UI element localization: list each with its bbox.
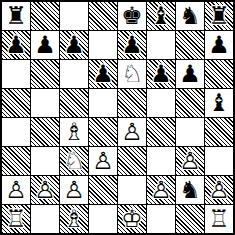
square-g7[interactable] bbox=[176, 31, 204, 59]
black-pawn[interactable]: ♟♟ bbox=[147, 60, 175, 88]
black-pawn[interactable]: ♟♟ bbox=[118, 31, 146, 59]
white-pawn-icon: ♙ bbox=[63, 178, 85, 202]
square-f4[interactable] bbox=[147, 118, 175, 146]
black-bishop[interactable]: ♝♝ bbox=[147, 2, 175, 30]
square-d1[interactable] bbox=[89, 205, 117, 233]
square-e3[interactable] bbox=[118, 147, 146, 175]
white-king-icon: ♔ bbox=[121, 207, 143, 231]
square-c2[interactable]: ♟♙ bbox=[60, 176, 88, 204]
black-bishop-icon: ♝ bbox=[208, 91, 230, 115]
square-h1[interactable]: ♜♖ bbox=[205, 205, 233, 233]
square-a7[interactable]: ♟♟ bbox=[2, 31, 30, 59]
white-pawn-icon: ♙ bbox=[150, 178, 172, 202]
black-pawn[interactable]: ♟♟ bbox=[176, 60, 204, 88]
white-rook[interactable]: ♜♖ bbox=[205, 205, 233, 233]
black-knight[interactable]: ♞♞ bbox=[176, 176, 204, 204]
white-pawn[interactable]: ♟♙ bbox=[31, 176, 59, 204]
black-pawn[interactable]: ♟♟ bbox=[89, 60, 117, 88]
square-f5[interactable] bbox=[147, 89, 175, 117]
square-a3[interactable] bbox=[2, 147, 30, 175]
square-h5[interactable]: ♝♝ bbox=[205, 89, 233, 117]
white-pawn-icon: ♙ bbox=[208, 178, 230, 202]
square-h3[interactable] bbox=[205, 147, 233, 175]
square-g5[interactable] bbox=[176, 89, 204, 117]
square-h4[interactable] bbox=[205, 118, 233, 146]
black-pawn-icon: ♟ bbox=[121, 33, 143, 57]
white-knight[interactable]: ♞♘ bbox=[118, 60, 146, 88]
black-rook[interactable]: ♜♜ bbox=[205, 2, 233, 30]
white-bishop-icon: ♗ bbox=[63, 207, 85, 231]
white-pawn[interactable]: ♟♙ bbox=[147, 176, 175, 204]
square-c6[interactable] bbox=[60, 60, 88, 88]
white-pawn-icon: ♙ bbox=[121, 120, 143, 144]
square-b3[interactable] bbox=[31, 147, 59, 175]
square-a2[interactable]: ♟♙ bbox=[2, 176, 30, 204]
black-pawn-icon: ♟ bbox=[34, 33, 56, 57]
white-rook-icon: ♖ bbox=[208, 207, 230, 231]
square-e1[interactable]: ♚♔ bbox=[118, 205, 146, 233]
white-pawn[interactable]: ♟♙ bbox=[205, 176, 233, 204]
square-f8[interactable]: ♝♝ bbox=[147, 2, 175, 30]
square-b1[interactable] bbox=[31, 205, 59, 233]
square-e5[interactable] bbox=[118, 89, 146, 117]
black-knight[interactable]: ♞♞ bbox=[176, 2, 204, 30]
white-pawn[interactable]: ♟♙ bbox=[176, 147, 204, 175]
square-g3[interactable]: ♟♙ bbox=[176, 147, 204, 175]
white-pawn-icon: ♙ bbox=[92, 149, 114, 173]
black-pawn-icon: ♟ bbox=[5, 33, 27, 57]
square-c3[interactable]: ♞♘ bbox=[60, 147, 88, 175]
white-knight[interactable]: ♞♘ bbox=[60, 147, 88, 175]
square-c7[interactable]: ♟♟ bbox=[60, 31, 88, 59]
square-d7[interactable] bbox=[89, 31, 117, 59]
square-f3[interactable] bbox=[147, 147, 175, 175]
square-c4[interactable]: ♝♗ bbox=[60, 118, 88, 146]
black-rook-icon: ♜ bbox=[208, 4, 230, 28]
square-d2[interactable] bbox=[89, 176, 117, 204]
square-a6[interactable] bbox=[2, 60, 30, 88]
square-h2[interactable]: ♟♙ bbox=[205, 176, 233, 204]
square-a1[interactable]: ♜♖ bbox=[2, 205, 30, 233]
black-pawn-icon: ♟ bbox=[150, 62, 172, 86]
square-h8[interactable]: ♜♜ bbox=[205, 2, 233, 30]
square-b4[interactable] bbox=[31, 118, 59, 146]
black-pawn[interactable]: ♟♟ bbox=[31, 31, 59, 59]
square-a5[interactable] bbox=[2, 89, 30, 117]
black-bishop[interactable]: ♝♝ bbox=[205, 89, 233, 117]
white-pawn[interactable]: ♟♙ bbox=[118, 118, 146, 146]
square-f1[interactable] bbox=[147, 205, 175, 233]
white-pawn-icon: ♙ bbox=[34, 178, 56, 202]
square-e8[interactable]: ♚♚ bbox=[118, 2, 146, 30]
black-knight-icon: ♞ bbox=[179, 4, 201, 28]
white-rook-icon: ♖ bbox=[5, 207, 27, 231]
square-f2[interactable]: ♟♙ bbox=[147, 176, 175, 204]
white-bishop[interactable]: ♝♗ bbox=[60, 118, 88, 146]
black-pawn-icon: ♟ bbox=[179, 62, 201, 86]
white-pawn[interactable]: ♟♙ bbox=[89, 147, 117, 175]
black-pawn-icon: ♟ bbox=[63, 33, 85, 57]
square-d4[interactable] bbox=[89, 118, 117, 146]
square-c5[interactable] bbox=[60, 89, 88, 117]
square-e4[interactable]: ♟♙ bbox=[118, 118, 146, 146]
square-e2[interactable] bbox=[118, 176, 146, 204]
square-c1[interactable]: ♝♗ bbox=[60, 205, 88, 233]
black-pawn-icon: ♟ bbox=[92, 62, 114, 86]
square-b5[interactable] bbox=[31, 89, 59, 117]
square-b7[interactable]: ♟♟ bbox=[31, 31, 59, 59]
square-g2[interactable]: ♞♞ bbox=[176, 176, 204, 204]
square-e6[interactable]: ♞♘ bbox=[118, 60, 146, 88]
black-pawn-icon: ♟ bbox=[208, 33, 230, 57]
black-knight-icon: ♞ bbox=[179, 178, 201, 202]
white-bishop[interactable]: ♝♗ bbox=[60, 205, 88, 233]
white-king[interactable]: ♚♔ bbox=[118, 205, 146, 233]
square-a8[interactable]: ♜♜ bbox=[2, 2, 30, 30]
white-knight-icon: ♘ bbox=[63, 149, 85, 173]
square-f6[interactable]: ♟♟ bbox=[147, 60, 175, 88]
white-pawn-icon: ♙ bbox=[179, 149, 201, 173]
white-pawn[interactable]: ♟♙ bbox=[60, 176, 88, 204]
square-a4[interactable] bbox=[2, 118, 30, 146]
square-h7[interactable]: ♟♟ bbox=[205, 31, 233, 59]
square-g6[interactable]: ♟♟ bbox=[176, 60, 204, 88]
square-d6[interactable]: ♟♟ bbox=[89, 60, 117, 88]
black-pawn[interactable]: ♟♟ bbox=[205, 31, 233, 59]
white-rook[interactable]: ♜♖ bbox=[2, 205, 30, 233]
square-c8[interactable] bbox=[60, 2, 88, 30]
square-d8[interactable] bbox=[89, 2, 117, 30]
chess-board: ♜♜♚♚♝♝♞♞♜♜♟♟♟♟♟♟♟♟♟♟♟♟♞♘♟♟♟♟♝♝♝♗♟♙♞♘♟♙♟♙… bbox=[0, 0, 235, 235]
square-d5[interactable] bbox=[89, 89, 117, 117]
black-rook-icon: ♜ bbox=[5, 4, 27, 28]
black-rook[interactable]: ♜♜ bbox=[2, 2, 30, 30]
square-d3[interactable]: ♟♙ bbox=[89, 147, 117, 175]
square-e7[interactable]: ♟♟ bbox=[118, 31, 146, 59]
black-king-icon: ♚ bbox=[121, 4, 143, 28]
black-bishop-icon: ♝ bbox=[150, 4, 172, 28]
white-pawn-icon: ♙ bbox=[5, 178, 27, 202]
square-g4[interactable] bbox=[176, 118, 204, 146]
black-pawn[interactable]: ♟♟ bbox=[60, 31, 88, 59]
black-king[interactable]: ♚♚ bbox=[118, 2, 146, 30]
white-pawn[interactable]: ♟♙ bbox=[2, 176, 30, 204]
square-g8[interactable]: ♞♞ bbox=[176, 2, 204, 30]
white-bishop-icon: ♗ bbox=[63, 120, 85, 144]
black-pawn[interactable]: ♟♟ bbox=[2, 31, 30, 59]
square-h6[interactable] bbox=[205, 60, 233, 88]
square-b8[interactable] bbox=[31, 2, 59, 30]
square-b2[interactable]: ♟♙ bbox=[31, 176, 59, 204]
white-knight-icon: ♘ bbox=[121, 62, 143, 86]
square-g1[interactable] bbox=[176, 205, 204, 233]
square-b6[interactable] bbox=[31, 60, 59, 88]
square-f7[interactable] bbox=[147, 31, 175, 59]
